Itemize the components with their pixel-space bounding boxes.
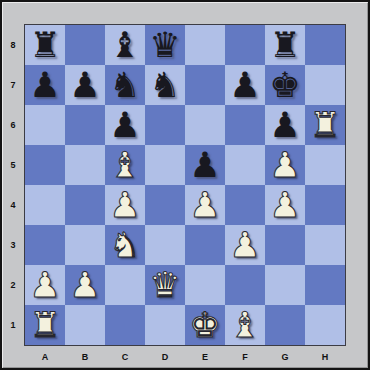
piece-white-pawn[interactable]: ♟ — [25, 265, 65, 305]
square-b6[interactable] — [65, 105, 105, 145]
square-b3[interactable] — [65, 225, 105, 265]
square-a3[interactable] — [25, 225, 65, 265]
square-b8[interactable] — [65, 25, 105, 65]
rank-label-4: 4 — [4, 185, 22, 225]
piece-black-bishop[interactable]: ♝ — [105, 25, 145, 65]
file-label-b: B — [65, 347, 105, 366]
square-g2[interactable] — [265, 265, 305, 305]
square-g7[interactable]: ♚ — [265, 65, 305, 105]
piece-black-pawn[interactable]: ♟ — [265, 105, 305, 145]
piece-white-bishop[interactable]: ♝ — [105, 145, 145, 185]
square-e3[interactable] — [185, 225, 225, 265]
piece-white-pawn[interactable]: ♟ — [265, 145, 305, 185]
square-f7[interactable]: ♟ — [225, 65, 265, 105]
square-c1[interactable] — [105, 305, 145, 345]
square-h7[interactable] — [305, 65, 345, 105]
piece-black-rook[interactable]: ♜ — [265, 25, 305, 65]
file-label-c: C — [105, 347, 145, 366]
square-e4[interactable]: ♟ — [185, 185, 225, 225]
piece-black-rook[interactable]: ♜ — [25, 25, 65, 65]
square-d5[interactable] — [145, 145, 185, 185]
square-h8[interactable] — [305, 25, 345, 65]
square-d8[interactable]: ♛ — [145, 25, 185, 65]
square-g1[interactable] — [265, 305, 305, 345]
file-label-h: H — [305, 347, 345, 366]
square-f4[interactable] — [225, 185, 265, 225]
square-g3[interactable] — [265, 225, 305, 265]
square-h3[interactable] — [305, 225, 345, 265]
file-label-a: A — [25, 347, 65, 366]
square-c2[interactable] — [105, 265, 145, 305]
piece-black-knight[interactable]: ♞ — [145, 65, 185, 105]
square-c4[interactable]: ♟ — [105, 185, 145, 225]
square-g8[interactable]: ♜ — [265, 25, 305, 65]
square-c3[interactable]: ♞ — [105, 225, 145, 265]
square-d3[interactable] — [145, 225, 185, 265]
square-g4[interactable]: ♟ — [265, 185, 305, 225]
square-a5[interactable] — [25, 145, 65, 185]
square-f5[interactable] — [225, 145, 265, 185]
square-e8[interactable] — [185, 25, 225, 65]
square-e6[interactable] — [185, 105, 225, 145]
file-label-d: D — [145, 347, 185, 366]
file-label-g: G — [265, 347, 305, 366]
piece-black-queen[interactable]: ♛ — [145, 25, 185, 65]
square-a2[interactable]: ♟ — [25, 265, 65, 305]
rank-label-3: 3 — [4, 225, 22, 265]
file-label-e: E — [185, 347, 225, 366]
square-a6[interactable] — [25, 105, 65, 145]
square-e5[interactable]: ♟ — [185, 145, 225, 185]
piece-black-king[interactable]: ♚ — [265, 65, 305, 105]
piece-white-king[interactable]: ♚ — [185, 305, 225, 345]
square-f1[interactable]: ♝ — [225, 305, 265, 345]
square-b4[interactable] — [65, 185, 105, 225]
square-g5[interactable]: ♟ — [265, 145, 305, 185]
square-d4[interactable] — [145, 185, 185, 225]
rank-labels: 87654321 — [4, 25, 22, 345]
rank-label-5: 5 — [4, 145, 22, 185]
rank-label-6: 6 — [4, 105, 22, 145]
square-f8[interactable] — [225, 25, 265, 65]
square-d6[interactable] — [145, 105, 185, 145]
piece-black-knight[interactable]: ♞ — [105, 65, 145, 105]
square-d1[interactable] — [145, 305, 185, 345]
piece-white-pawn[interactable]: ♟ — [265, 185, 305, 225]
square-g6[interactable]: ♟ — [265, 105, 305, 145]
square-c8[interactable]: ♝ — [105, 25, 145, 65]
rank-label-2: 2 — [4, 265, 22, 305]
square-b2[interactable]: ♟ — [65, 265, 105, 305]
square-c7[interactable]: ♞ — [105, 65, 145, 105]
square-a8[interactable]: ♜ — [25, 25, 65, 65]
square-h6[interactable]: ♜ — [305, 105, 345, 145]
piece-white-pawn[interactable]: ♟ — [225, 225, 265, 265]
square-h4[interactable] — [305, 185, 345, 225]
square-d2[interactable]: ♛ — [145, 265, 185, 305]
square-d7[interactable]: ♞ — [145, 65, 185, 105]
piece-black-pawn[interactable]: ♟ — [25, 65, 65, 105]
square-b7[interactable]: ♟ — [65, 65, 105, 105]
rank-label-8: 8 — [4, 25, 22, 65]
square-h1[interactable] — [305, 305, 345, 345]
rank-label-1: 1 — [4, 305, 22, 345]
piece-white-rook[interactable]: ♜ — [305, 105, 345, 145]
square-a1[interactable]: ♜ — [25, 305, 65, 345]
piece-white-rook[interactable]: ♜ — [25, 305, 65, 345]
piece-black-pawn[interactable]: ♟ — [185, 145, 225, 185]
square-a7[interactable]: ♟ — [25, 65, 65, 105]
square-a4[interactable] — [25, 185, 65, 225]
square-h5[interactable] — [305, 145, 345, 185]
piece-white-pawn[interactable]: ♟ — [185, 185, 225, 225]
square-f3[interactable]: ♟ — [225, 225, 265, 265]
square-e1[interactable]: ♚ — [185, 305, 225, 345]
square-h2[interactable] — [305, 265, 345, 305]
chess-diagram: 87654321 ♜♝♛♜♟♟♞♞♟♚♟♟♜♝♟♟♟♟♟♞♟♟♟♛♜♚♝ ABC… — [0, 0, 370, 370]
piece-white-pawn[interactable]: ♟ — [65, 265, 105, 305]
piece-white-knight[interactable]: ♞ — [105, 225, 145, 265]
square-b1[interactable] — [65, 305, 105, 345]
square-f2[interactable] — [225, 265, 265, 305]
piece-black-pawn[interactable]: ♟ — [105, 105, 145, 145]
rank-label-7: 7 — [4, 65, 22, 105]
square-c6[interactable]: ♟ — [105, 105, 145, 145]
square-f6[interactable] — [225, 105, 265, 145]
piece-white-queen[interactable]: ♛ — [145, 265, 185, 305]
chessboard: ♜♝♛♜♟♟♞♞♟♚♟♟♜♝♟♟♟♟♟♞♟♟♟♛♜♚♝ — [24, 24, 346, 346]
file-labels: ABCDEFGH — [25, 347, 345, 366]
square-e7[interactable] — [185, 65, 225, 105]
file-label-f: F — [225, 347, 265, 366]
piece-white-bishop[interactable]: ♝ — [225, 305, 265, 345]
square-b5[interactable] — [65, 145, 105, 185]
square-c5[interactable]: ♝ — [105, 145, 145, 185]
piece-black-pawn[interactable]: ♟ — [65, 65, 105, 105]
piece-black-pawn[interactable]: ♟ — [225, 65, 265, 105]
piece-white-pawn[interactable]: ♟ — [105, 185, 145, 225]
square-e2[interactable] — [185, 265, 225, 305]
